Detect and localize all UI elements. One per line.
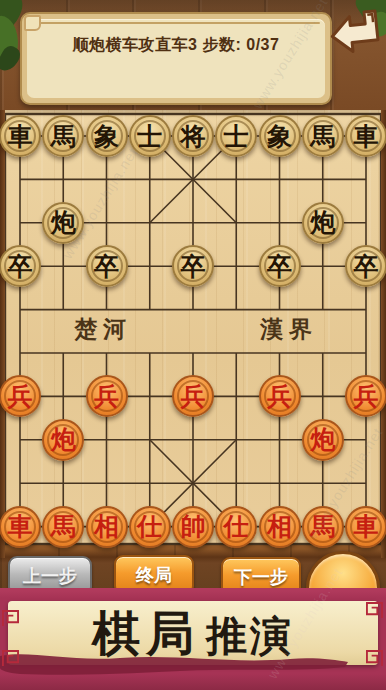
piece-glyph: 兵 [8,384,33,409]
piece-black-象[interactable]: 象 [259,115,301,157]
piece-red-帥[interactable]: 帥 [172,506,214,548]
piece-glyph: 仕 [224,514,249,539]
piece-black-馬[interactable]: 馬 [42,115,84,157]
xiangqi-app: 顺炮横车攻直车3 步数: 0/37 [0,0,386,690]
piece-glyph: 卒 [181,254,206,279]
piece-glyph: 卒 [8,254,33,279]
piece-black-炮[interactable]: 炮 [302,202,344,244]
piece-red-兵[interactable]: 兵 [259,375,301,417]
back-button[interactable] [326,1,386,62]
piece-red-馬[interactable]: 馬 [42,506,84,548]
piece-red-炮[interactable]: 炮 [302,419,344,461]
piece-glyph: 相 [267,514,292,539]
piece-glyph: 仕 [137,514,162,539]
piece-red-仕[interactable]: 仕 [215,506,257,548]
piece-black-卒[interactable]: 卒 [345,245,386,287]
piece-black-炮[interactable]: 炮 [42,202,84,244]
piece-glyph: 炮 [310,210,335,235]
piece-black-卒[interactable]: 卒 [259,245,301,287]
piece-glyph: 象 [94,124,119,149]
piece-red-馬[interactable]: 馬 [302,506,344,548]
piece-glyph: 車 [8,514,33,539]
piece-red-炮[interactable]: 炮 [42,419,84,461]
piece-black-卒[interactable]: 卒 [86,245,128,287]
fret-ornament-icon [2,650,19,667]
piece-glyph: 兵 [354,384,379,409]
piece-black-将[interactable]: 将 [172,115,214,157]
mission-text: 顺炮横车攻直车3 步数: 0/37 [22,35,330,56]
piece-glyph: 卒 [267,254,292,279]
river-label-left: 楚 河 [44,307,156,351]
piece-black-卒[interactable]: 卒 [172,245,214,287]
piece-black-馬[interactable]: 馬 [302,115,344,157]
piece-glyph: 車 [354,124,379,149]
piece-red-兵[interactable]: 兵 [345,375,386,417]
piece-glyph: 兵 [267,384,292,409]
bottom-banner: 棋局 推演 [0,588,386,690]
piece-black-車[interactable]: 車 [345,115,386,157]
piece-glyph: 車 [354,514,379,539]
piece-red-相[interactable]: 相 [259,506,301,548]
piece-glyph: 卒 [354,254,379,279]
piece-black-士[interactable]: 士 [215,115,257,157]
piece-glyph: 士 [137,124,162,149]
river-text-han-jie: 漢 界 [260,314,312,345]
piece-glyph: 炮 [310,427,335,452]
mission-panel: 顺炮横车攻直车3 步数: 0/37 [20,12,332,105]
piece-glyph: 馬 [310,124,335,149]
piece-glyph: 象 [267,124,292,149]
piece-red-相[interactable]: 相 [86,506,128,548]
river-label-right: 漢 界 [230,307,342,351]
piece-glyph: 兵 [94,384,119,409]
piece-glyph: 馬 [51,124,76,149]
piece-glyph: 馬 [51,514,76,539]
piece-glyph: 馬 [310,514,335,539]
piece-red-車[interactable]: 車 [345,506,386,548]
brush-stroke-decoration [0,650,350,678]
fret-ornament-icon [2,610,19,627]
piece-red-兵[interactable]: 兵 [86,375,128,417]
xiangqi-board[interactable]: 楚 河 漢 界 車馬象士将士象馬車炮炮卒卒卒卒卒兵兵兵兵兵炮炮車馬相仕帥仕相馬車 [0,110,386,558]
piece-glyph: 相 [94,514,119,539]
panel-groove [32,22,320,24]
board-frame-left [0,110,5,558]
piece-glyph: 卒 [94,254,119,279]
panel-corner-tab [24,15,41,31]
fret-ornament-icon [366,602,383,619]
piece-glyph: 車 [8,124,33,149]
back-arrow-icon [326,1,386,62]
piece-glyph: 将 [181,124,206,149]
piece-glyph: 炮 [51,210,76,235]
piece-glyph: 士 [224,124,249,149]
board-frame-right [381,110,386,558]
piece-red-車[interactable]: 車 [0,506,41,548]
piece-red-仕[interactable]: 仕 [129,506,171,548]
piece-black-士[interactable]: 士 [129,115,171,157]
piece-black-車[interactable]: 車 [0,115,41,157]
river-text-chu-he: 楚 河 [74,314,126,345]
piece-black-象[interactable]: 象 [86,115,128,157]
piece-glyph: 炮 [51,427,76,452]
piece-glyph: 兵 [181,384,206,409]
piece-glyph: 帥 [181,514,206,539]
mission-panel-inner [27,19,325,98]
fret-ornament-icon [366,650,383,667]
